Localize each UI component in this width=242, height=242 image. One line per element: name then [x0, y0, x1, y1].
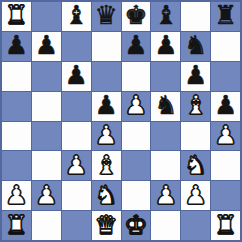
square-e6[interactable]: [122, 62, 151, 91]
square-d4[interactable]: ♟: [92, 122, 121, 151]
white-pawn-b2[interactable]: ♟: [35, 182, 58, 208]
square-b8[interactable]: [32, 2, 61, 31]
black-rook-h8[interactable]: ♜: [214, 2, 237, 28]
square-c8[interactable]: ♝: [62, 2, 91, 31]
chess-board: ♜♝♛♚♝♜♟♟♟♟♞♟♟♟♟♞♝♟♟♟♟♝♞♟♟♞♟♟♜♛♚♜: [0, 0, 242, 242]
white-knight-g3[interactable]: ♞: [184, 152, 207, 178]
square-d8[interactable]: ♛: [92, 2, 121, 31]
square-a5[interactable]: [2, 92, 31, 121]
black-knight-f5[interactable]: ♞: [154, 92, 177, 118]
white-pawn-f2[interactable]: ♟: [154, 182, 177, 208]
square-d2[interactable]: ♞: [92, 181, 121, 210]
square-a6[interactable]: [2, 62, 31, 91]
square-e5[interactable]: ♟: [122, 92, 151, 121]
black-pawn-b7[interactable]: ♟: [35, 32, 58, 58]
square-h4[interactable]: ♟: [211, 122, 240, 151]
square-h2[interactable]: [211, 181, 240, 210]
white-bishop-g5[interactable]: ♝: [184, 92, 207, 118]
square-g6[interactable]: ♟: [181, 62, 210, 91]
square-h7[interactable]: [211, 32, 240, 61]
square-c7[interactable]: [62, 32, 91, 61]
white-rook-a1[interactable]: ♜: [5, 212, 28, 238]
black-pawn-h5[interactable]: ♟: [214, 92, 237, 118]
square-a3[interactable]: [2, 151, 31, 180]
square-g2[interactable]: ♟: [181, 181, 210, 210]
square-f6[interactable]: [151, 62, 180, 91]
square-f1[interactable]: [151, 211, 180, 240]
square-g3[interactable]: ♞: [181, 151, 210, 180]
white-bishop-d3[interactable]: ♝: [94, 152, 117, 178]
white-king-e1[interactable]: ♚: [124, 212, 147, 238]
square-e2[interactable]: [122, 181, 151, 210]
square-b2[interactable]: ♟: [32, 181, 61, 210]
square-g4[interactable]: [181, 122, 210, 151]
white-pawn-a2[interactable]: ♟: [5, 182, 28, 208]
square-b3[interactable]: [32, 151, 61, 180]
black-knight-g7[interactable]: ♞: [184, 32, 207, 58]
square-c6[interactable]: ♟: [62, 62, 91, 91]
square-d6[interactable]: [92, 62, 121, 91]
black-pawn-d5[interactable]: ♟: [94, 92, 117, 118]
black-pawn-g6[interactable]: ♟: [184, 62, 207, 88]
square-c1[interactable]: [62, 211, 91, 240]
black-pawn-c6[interactable]: ♟: [65, 62, 88, 88]
white-pawn-d4[interactable]: ♟: [94, 122, 117, 148]
square-a1[interactable]: ♜: [2, 211, 31, 240]
black-king-e8[interactable]: ♚: [124, 2, 147, 28]
square-b4[interactable]: [32, 122, 61, 151]
square-a7[interactable]: ♟: [2, 32, 31, 61]
square-e8[interactable]: ♚: [122, 2, 151, 31]
square-g5[interactable]: ♝: [181, 92, 210, 121]
square-b5[interactable]: [32, 92, 61, 121]
square-e1[interactable]: ♚: [122, 211, 151, 240]
square-g8[interactable]: [181, 2, 210, 31]
square-c3[interactable]: ♟: [62, 151, 91, 180]
square-b6[interactable]: [32, 62, 61, 91]
black-pawn-a7[interactable]: ♟: [5, 32, 28, 58]
black-pawn-f7[interactable]: ♟: [154, 32, 177, 58]
square-d5[interactable]: ♟: [92, 92, 121, 121]
square-f4[interactable]: [151, 122, 180, 151]
square-h1[interactable]: ♜: [211, 211, 240, 240]
square-h3[interactable]: [211, 151, 240, 180]
white-pawn-g2[interactable]: ♟: [184, 182, 207, 208]
white-pawn-h4[interactable]: ♟: [214, 122, 237, 148]
square-h6[interactable]: [211, 62, 240, 91]
square-e4[interactable]: [122, 122, 151, 151]
black-queen-d8[interactable]: ♛: [94, 2, 117, 28]
square-g1[interactable]: [181, 211, 210, 240]
square-e7[interactable]: ♟: [122, 32, 151, 61]
square-b7[interactable]: ♟: [32, 32, 61, 61]
square-d1[interactable]: ♛: [92, 211, 121, 240]
square-c5[interactable]: [62, 92, 91, 121]
square-c4[interactable]: [62, 122, 91, 151]
square-h8[interactable]: ♜: [211, 2, 240, 31]
white-rook-h1[interactable]: ♜: [214, 212, 237, 238]
black-bishop-f8[interactable]: ♝: [154, 2, 177, 28]
square-f5[interactable]: ♞: [151, 92, 180, 121]
square-f2[interactable]: ♟: [151, 181, 180, 210]
square-g7[interactable]: ♞: [181, 32, 210, 61]
square-h5[interactable]: ♟: [211, 92, 240, 121]
square-d3[interactable]: ♝: [92, 151, 121, 180]
square-e3[interactable]: [122, 151, 151, 180]
white-pawn-c3[interactable]: ♟: [65, 152, 88, 178]
square-d7[interactable]: [92, 32, 121, 61]
white-pawn-e5[interactable]: ♟: [124, 92, 147, 118]
square-c2[interactable]: [62, 181, 91, 210]
square-f7[interactable]: ♟: [151, 32, 180, 61]
white-knight-d2[interactable]: ♞: [94, 182, 117, 208]
square-a4[interactable]: [2, 122, 31, 151]
square-b1[interactable]: [32, 211, 61, 240]
white-rook-a8[interactable]: ♜: [5, 2, 28, 28]
square-a8[interactable]: ♜: [2, 2, 31, 31]
white-queen-d1[interactable]: ♛: [94, 212, 117, 238]
black-pawn-e7[interactable]: ♟: [124, 32, 147, 58]
black-bishop-c8[interactable]: ♝: [65, 2, 88, 28]
square-f3[interactable]: [151, 151, 180, 180]
square-f8[interactable]: ♝: [151, 2, 180, 31]
square-a2[interactable]: ♟: [2, 181, 31, 210]
